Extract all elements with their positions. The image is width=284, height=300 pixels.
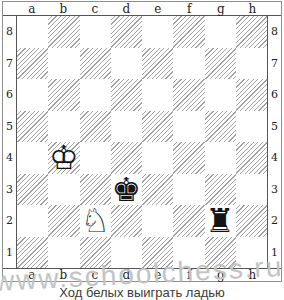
square-a2 <box>17 205 48 237</box>
square-b8 <box>48 16 79 48</box>
square-d4 <box>111 142 142 174</box>
rank-label-6: 6 <box>268 79 281 111</box>
rank-label-8: 8 <box>268 16 281 48</box>
square-e4 <box>142 142 173 174</box>
square-g4 <box>205 142 236 174</box>
file-label-g: g <box>205 2 237 15</box>
square-b7 <box>48 48 79 80</box>
square-f7 <box>173 48 204 80</box>
square-f4 <box>173 142 204 174</box>
rank-label-7: 7 <box>268 48 281 80</box>
rank-label-3: 3 <box>268 174 281 206</box>
square-a7 <box>17 48 48 80</box>
square-b4: ♚♔ <box>48 142 79 174</box>
file-labels-top: abcdefgh <box>16 2 268 15</box>
diagram-frame: abcdefgh 87654321 ♚♔♚♞♘♜ 87654321 abcdef… <box>2 1 282 282</box>
square-a5 <box>17 111 48 143</box>
rank-label-3: 3 <box>3 174 16 206</box>
square-c4 <box>80 142 111 174</box>
rank-labels-right: 87654321 <box>268 16 281 268</box>
square-h6 <box>236 79 267 111</box>
square-h4 <box>236 142 267 174</box>
square-g6 <box>205 79 236 111</box>
square-e6 <box>142 79 173 111</box>
square-h2 <box>236 205 267 237</box>
piece-black-king: ♚ <box>111 174 142 206</box>
square-d3: ♚ <box>111 174 142 206</box>
rank-label-2: 2 <box>3 205 16 237</box>
square-e2 <box>142 205 173 237</box>
file-label-c: c <box>79 2 111 15</box>
square-c7 <box>80 48 111 80</box>
file-label-f: f <box>174 2 206 15</box>
rank-labels-left: 87654321 <box>3 16 16 268</box>
piece-glyph: ♚ <box>111 174 142 206</box>
square-h7 <box>236 48 267 80</box>
square-g8 <box>205 16 236 48</box>
file-label-e: e <box>142 2 174 15</box>
file-label-b: b <box>48 2 80 15</box>
square-c8 <box>80 16 111 48</box>
square-f6 <box>173 79 204 111</box>
square-f5 <box>173 111 204 143</box>
file-label-d: d <box>111 2 143 15</box>
rank-labels-strip-right: 87654321 <box>268 16 281 268</box>
square-a3 <box>17 174 48 206</box>
rank-label-6: 6 <box>3 79 16 111</box>
rank-labels-strip-left: 87654321 <box>3 16 16 268</box>
file-labels-strip-top: abcdefgh <box>3 2 281 16</box>
square-d7 <box>111 48 142 80</box>
square-b3 <box>48 174 79 206</box>
caption: Ход белых выиграть ладью <box>0 285 284 300</box>
square-g2: ♜ <box>205 205 236 237</box>
square-g7 <box>205 48 236 80</box>
chess-board: ♚♔♚♞♘♜ <box>16 16 268 268</box>
square-d8 <box>111 16 142 48</box>
square-h3 <box>236 174 267 206</box>
rank-label-2: 2 <box>268 205 281 237</box>
piece-glyph: ♜ <box>205 205 236 237</box>
rank-label-4: 4 <box>3 142 16 174</box>
piece-white-king: ♚♔ <box>48 142 79 174</box>
chess-diagram: abcdefgh 87654321 ♚♔♚♞♘♜ 87654321 abcdef… <box>0 0 284 300</box>
square-f3 <box>173 174 204 206</box>
square-c6 <box>80 79 111 111</box>
rank-label-5: 5 <box>268 111 281 143</box>
square-e8 <box>142 16 173 48</box>
square-f2 <box>173 205 204 237</box>
square-c5 <box>80 111 111 143</box>
square-d2 <box>111 205 142 237</box>
square-e3 <box>142 174 173 206</box>
square-h8 <box>236 16 267 48</box>
square-e7 <box>142 48 173 80</box>
square-a6 <box>17 79 48 111</box>
rank-label-1: 1 <box>3 237 16 269</box>
square-d6 <box>111 79 142 111</box>
piece-glyph: ♔ <box>48 142 79 174</box>
square-b2 <box>48 205 79 237</box>
rank-label-5: 5 <box>3 111 16 143</box>
square-b6 <box>48 79 79 111</box>
square-e5 <box>142 111 173 143</box>
square-d5 <box>111 111 142 143</box>
rank-label-8: 8 <box>3 16 16 48</box>
file-label-h: h <box>237 2 269 15</box>
square-g5 <box>205 111 236 143</box>
square-a8 <box>17 16 48 48</box>
rank-label-4: 4 <box>268 142 281 174</box>
square-c2: ♞♘ <box>80 205 111 237</box>
piece-black-rook: ♜ <box>205 205 236 237</box>
piece-white-knight: ♞♘ <box>80 205 111 237</box>
rank-label-7: 7 <box>3 48 16 80</box>
square-h5 <box>236 111 267 143</box>
piece-glyph: ♘ <box>80 205 111 237</box>
square-f8 <box>173 16 204 48</box>
square-a4 <box>17 142 48 174</box>
file-label-a: a <box>16 2 48 15</box>
